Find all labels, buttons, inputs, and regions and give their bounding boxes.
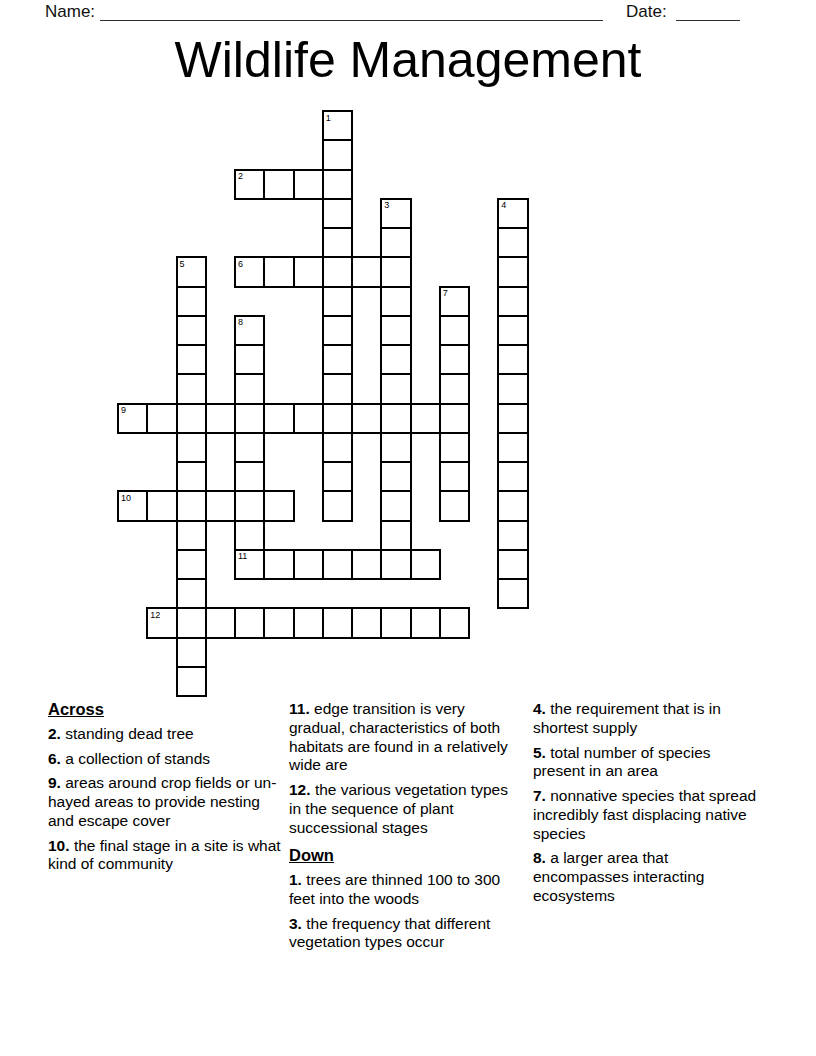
clue-text: a larger area that encompasses interacti… bbox=[533, 849, 704, 904]
name-label: Name: bbox=[45, 2, 95, 22]
clues-column-1: Across 2. standing dead tree 6. a collec… bbox=[48, 700, 282, 880]
cell-r18c2[interactable] bbox=[176, 637, 207, 668]
clue-down-4: 4. the requirement that is in shortest s… bbox=[533, 700, 760, 738]
cell-r11c9[interactable] bbox=[380, 432, 411, 463]
date-blank-line bbox=[676, 2, 740, 21]
clue-text: the requirement that is in shortest supp… bbox=[533, 700, 721, 736]
cell-r0c7[interactable]: 1 bbox=[322, 110, 353, 141]
cell-r15c2[interactable] bbox=[176, 549, 207, 580]
cell-r15c7[interactable] bbox=[322, 549, 353, 580]
across-heading: Across bbox=[48, 700, 282, 720]
cell-r10c3[interactable] bbox=[205, 403, 236, 434]
cell-r9c13[interactable] bbox=[497, 373, 528, 404]
clue-number-label: 8. bbox=[533, 849, 546, 866]
cell-r10c6[interactable] bbox=[293, 403, 324, 434]
clue-number-label: 6. bbox=[48, 750, 61, 767]
cell-r17c9[interactable] bbox=[380, 607, 411, 638]
cell-r7c13[interactable] bbox=[497, 315, 528, 346]
cell-r7c11[interactable] bbox=[439, 315, 470, 346]
cell-r10c13[interactable] bbox=[497, 403, 528, 434]
clue-across-11: 11. edge transition is very gradual, cha… bbox=[289, 700, 519, 775]
cell-r8c4[interactable] bbox=[234, 344, 265, 375]
cell-r1c7[interactable] bbox=[322, 139, 353, 170]
cell-r4c13[interactable] bbox=[497, 227, 528, 258]
cell-r15c5[interactable] bbox=[263, 549, 294, 580]
cell-r11c2[interactable] bbox=[176, 432, 207, 463]
cell-r12c13[interactable] bbox=[497, 461, 528, 492]
cell-r8c7[interactable] bbox=[322, 344, 353, 375]
clue-text: the various vegetation types in the sequ… bbox=[289, 781, 508, 836]
cell-r5c7[interactable] bbox=[322, 256, 353, 287]
cell-r12c11[interactable] bbox=[439, 461, 470, 492]
clue-across-2: 2. standing dead tree bbox=[48, 725, 282, 744]
clue-text: total number of species present in an ar… bbox=[533, 744, 711, 780]
clue-down-7: 7. nonnative species that spread incredi… bbox=[533, 787, 760, 843]
clue-number-label: 9. bbox=[48, 774, 61, 791]
cell-r17c8[interactable] bbox=[351, 607, 382, 638]
clue-number-label: 10. bbox=[48, 837, 70, 854]
cell-r17c3[interactable] bbox=[205, 607, 236, 638]
clue-number: 2 bbox=[238, 171, 243, 181]
cell-r9c11[interactable] bbox=[439, 373, 470, 404]
cell-r5c2[interactable]: 5 bbox=[176, 256, 207, 287]
cell-r17c6[interactable] bbox=[293, 607, 324, 638]
cell-r11c7[interactable] bbox=[322, 432, 353, 463]
cell-r5c6[interactable] bbox=[293, 256, 324, 287]
cell-r8c11[interactable] bbox=[439, 344, 470, 375]
cell-r16c13[interactable] bbox=[497, 578, 528, 609]
cell-r10c4[interactable] bbox=[234, 403, 265, 434]
cell-r12c4[interactable] bbox=[234, 461, 265, 492]
clue-number: 7 bbox=[443, 288, 448, 298]
cell-r14c2[interactable] bbox=[176, 520, 207, 551]
clue-number: 10 bbox=[121, 493, 131, 503]
cell-r4c9[interactable] bbox=[380, 227, 411, 258]
cell-r5c4[interactable]: 6 bbox=[234, 256, 265, 287]
cell-r7c7[interactable] bbox=[322, 315, 353, 346]
clue-number-label: 11. bbox=[289, 700, 310, 717]
name-blank-line bbox=[100, 2, 603, 21]
clue-number: 4 bbox=[501, 200, 506, 210]
clue-number-label: 12. bbox=[289, 781, 311, 798]
cell-r13c11[interactable] bbox=[439, 490, 470, 521]
cell-r9c9[interactable] bbox=[380, 373, 411, 404]
clue-number-label: 1. bbox=[289, 871, 302, 888]
clue-text: areas around crop fields or un-hayed are… bbox=[48, 774, 276, 829]
clue-number: 6 bbox=[238, 259, 243, 269]
cell-r10c5[interactable] bbox=[263, 403, 294, 434]
cell-r15c4[interactable]: 11 bbox=[234, 549, 265, 580]
crossword-grid: 123456789101112 bbox=[117, 110, 529, 698]
clue-text: trees are thinned 100 to 300 feet into t… bbox=[289, 871, 500, 907]
cell-r2c7[interactable] bbox=[322, 169, 353, 200]
clue-number-label: 5. bbox=[533, 744, 546, 761]
cell-r2c6[interactable] bbox=[293, 169, 324, 200]
clue-down-1: 1. trees are thinned 100 to 300 feet int… bbox=[289, 871, 519, 909]
cell-r15c6[interactable] bbox=[293, 549, 324, 580]
cell-r15c8[interactable] bbox=[351, 549, 382, 580]
clue-text: a collection of stands bbox=[65, 750, 210, 767]
cell-r17c10[interactable] bbox=[410, 607, 441, 638]
cell-r13c0[interactable]: 10 bbox=[117, 490, 148, 521]
clue-down-8: 8. a larger area that encompasses intera… bbox=[533, 849, 760, 905]
cell-r17c7[interactable] bbox=[322, 607, 353, 638]
cell-r2c4[interactable]: 2 bbox=[234, 169, 265, 200]
cell-r5c9[interactable] bbox=[380, 256, 411, 287]
cell-r6c13[interactable] bbox=[497, 286, 528, 317]
clue-text: the frequency that different vegetation … bbox=[289, 915, 490, 951]
clue-text: the final stage in a site is what kind o… bbox=[48, 837, 281, 873]
clue-across-9: 9. areas around crop fields or un-hayed … bbox=[48, 774, 282, 830]
clue-text: standing dead tree bbox=[65, 725, 193, 742]
cell-r10c10[interactable] bbox=[410, 403, 441, 434]
clues-column-2: 11. edge transition is very gradual, cha… bbox=[289, 700, 519, 958]
clue-number: 11 bbox=[238, 551, 247, 561]
cell-r10c8[interactable] bbox=[351, 403, 382, 434]
cell-r12c7[interactable] bbox=[322, 461, 353, 492]
cell-r17c2[interactable] bbox=[176, 607, 207, 638]
cell-r11c4[interactable] bbox=[234, 432, 265, 463]
cell-r10c9[interactable] bbox=[380, 403, 411, 434]
cell-r17c11[interactable] bbox=[439, 607, 470, 638]
down-heading: Down bbox=[289, 846, 519, 866]
clue-number: 12 bbox=[150, 610, 160, 620]
cell-r3c13[interactable]: 4 bbox=[497, 198, 528, 229]
cell-r6c11[interactable]: 7 bbox=[439, 286, 470, 317]
clue-number-label: 2. bbox=[48, 725, 61, 742]
cell-r7c4[interactable]: 8 bbox=[234, 315, 265, 346]
cell-r6c2[interactable] bbox=[176, 286, 207, 317]
cell-r3c9[interactable]: 3 bbox=[380, 198, 411, 229]
cell-r17c5[interactable] bbox=[263, 607, 294, 638]
cell-r2c5[interactable] bbox=[263, 169, 294, 200]
clue-across-10: 10. the final stage in a site is what ki… bbox=[48, 837, 282, 875]
cell-r10c2[interactable] bbox=[176, 403, 207, 434]
cell-r9c2[interactable] bbox=[176, 373, 207, 404]
cell-r15c9[interactable] bbox=[380, 549, 411, 580]
cell-r10c0[interactable]: 9 bbox=[117, 403, 148, 434]
cell-r11c11[interactable] bbox=[439, 432, 470, 463]
clue-number: 8 bbox=[238, 317, 243, 327]
clue-number: 3 bbox=[384, 200, 389, 210]
cell-r12c2[interactable] bbox=[176, 461, 207, 492]
clue-across-6: 6. a collection of stands bbox=[48, 750, 282, 769]
cell-r10c11[interactable] bbox=[439, 403, 470, 434]
cell-r8c2[interactable] bbox=[176, 344, 207, 375]
cell-r15c10[interactable] bbox=[410, 549, 441, 580]
clue-number: 1 bbox=[326, 113, 331, 123]
cell-r7c9[interactable] bbox=[380, 315, 411, 346]
clue-text: edge transition is very gradual, charact… bbox=[289, 700, 508, 773]
clue-down-5: 5. total number of species present in an… bbox=[533, 744, 760, 782]
cell-r14c4[interactable] bbox=[234, 520, 265, 551]
clue-number: 9 bbox=[121, 405, 126, 415]
cell-r8c13[interactable] bbox=[497, 344, 528, 375]
date-label: Date: bbox=[626, 2, 667, 22]
cell-r9c4[interactable] bbox=[234, 373, 265, 404]
cell-r6c7[interactable] bbox=[322, 286, 353, 317]
cell-r13c13[interactable] bbox=[497, 490, 528, 521]
cell-r10c1[interactable] bbox=[146, 403, 177, 434]
cell-r5c5[interactable] bbox=[263, 256, 294, 287]
cell-r13c7[interactable] bbox=[322, 490, 353, 521]
cell-r6c9[interactable] bbox=[380, 286, 411, 317]
cell-r17c4[interactable] bbox=[234, 607, 265, 638]
cell-r13c5[interactable] bbox=[263, 490, 294, 521]
cell-r5c13[interactable] bbox=[497, 256, 528, 287]
cell-r15c13[interactable] bbox=[497, 549, 528, 580]
clue-across-12: 12. the various vegetation types in the … bbox=[289, 781, 519, 837]
cell-r14c13[interactable] bbox=[497, 520, 528, 551]
cell-r13c3[interactable] bbox=[205, 490, 236, 521]
cell-r11c13[interactable] bbox=[497, 432, 528, 463]
cell-r4c7[interactable] bbox=[322, 227, 353, 258]
clue-number-label: 7. bbox=[533, 787, 546, 804]
page-title: Wildlife Management bbox=[0, 28, 816, 92]
cell-r13c1[interactable] bbox=[146, 490, 177, 521]
cell-r3c7[interactable] bbox=[322, 198, 353, 229]
cell-r14c9[interactable] bbox=[380, 520, 411, 551]
clue-number-label: 4. bbox=[533, 700, 546, 717]
clue-down-3: 3. the frequency that different vegetati… bbox=[289, 915, 519, 953]
cell-r19c2[interactable] bbox=[176, 666, 207, 697]
cell-r7c2[interactable] bbox=[176, 315, 207, 346]
cell-r5c8[interactable] bbox=[351, 256, 382, 287]
clue-number: 5 bbox=[180, 259, 185, 269]
cell-r12c9[interactable] bbox=[380, 461, 411, 492]
cell-r13c2[interactable] bbox=[176, 490, 207, 521]
cell-r17c1[interactable]: 12 bbox=[146, 607, 177, 638]
clue-number-label: 3. bbox=[289, 915, 302, 932]
cell-r10c7[interactable] bbox=[322, 403, 353, 434]
clues-column-3: 4. the requirement that is in shortest s… bbox=[533, 700, 760, 912]
cell-r13c9[interactable] bbox=[380, 490, 411, 521]
cell-r8c9[interactable] bbox=[380, 344, 411, 375]
cell-r9c7[interactable] bbox=[322, 373, 353, 404]
cell-r16c2[interactable] bbox=[176, 578, 207, 609]
worksheet-page: Name: Date: Wildlife Management 12345678… bbox=[0, 0, 816, 1056]
cell-r13c4[interactable] bbox=[234, 490, 265, 521]
clue-text: nonnative species that spread incredibly… bbox=[533, 787, 756, 842]
